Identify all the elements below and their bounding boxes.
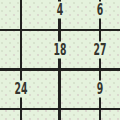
puzzle-grid: 461827249 <box>0 0 120 120</box>
grid-number: 27 <box>92 42 107 59</box>
grid-number: 24 <box>13 81 28 98</box>
grid-number: 18 <box>52 42 67 59</box>
grid-number: 4 <box>56 2 65 19</box>
grid-number: 9 <box>96 81 105 98</box>
h-grid-line-thin <box>0 108 120 110</box>
v-grid-line-thin <box>20 0 22 120</box>
h-grid-line-thin <box>0 29 120 31</box>
h-grid-line-thick <box>0 68 120 71</box>
grid-number: 6 <box>96 2 105 19</box>
